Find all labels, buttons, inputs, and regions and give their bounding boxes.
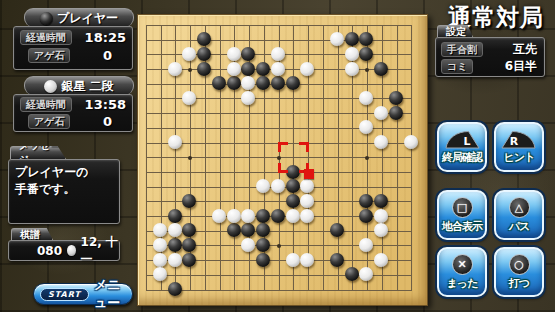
black-stone: [227, 76, 241, 90]
pass-button[interactable]: △ パス: [494, 190, 544, 240]
triangle-button-icon: △: [509, 197, 530, 218]
black-stone: [197, 62, 211, 76]
end-game-check-label: 終局確認: [442, 150, 482, 165]
black-stone: [256, 76, 270, 90]
start-badge: START: [40, 288, 89, 301]
svg-text:L: L: [463, 135, 470, 148]
white-stone: [404, 135, 418, 149]
player-white-stats: 経過時間 13:58 アゲ石 0: [13, 94, 133, 132]
cursor-corner: [278, 142, 288, 152]
black-stone-icon: [40, 12, 53, 25]
komi-value: 6目半: [505, 58, 537, 75]
white-stone: [241, 209, 255, 223]
menu-button[interactable]: START メニュー: [33, 283, 133, 305]
captures-label: アゲ石: [28, 48, 70, 63]
white-stone: [168, 135, 182, 149]
hint-label: ヒント: [504, 150, 535, 165]
message-line-1: プレイヤーの: [15, 164, 113, 181]
white-stone: [300, 209, 314, 223]
player-black-name-tab: プレイヤー: [24, 8, 134, 27]
R-shoulder-icon: R: [501, 130, 537, 149]
message-panel: プレイヤーの 手番です。: [8, 159, 120, 224]
white-stone: [271, 47, 285, 61]
white-stone: [168, 62, 182, 76]
menu-button-label: メニュー: [94, 276, 126, 312]
white-stone: [359, 91, 373, 105]
square-button-icon: □: [452, 197, 473, 218]
elapsed-time-label: 経過時間: [20, 30, 72, 45]
star-point: [188, 156, 192, 160]
black-stone: [359, 194, 373, 208]
white-stone: [168, 253, 182, 267]
record-coordinate: 12, 十一: [81, 234, 119, 268]
white-stone: [271, 62, 285, 76]
black-stone: [168, 238, 182, 252]
black-stone: [359, 47, 373, 61]
player-black-captures: 0: [103, 48, 112, 63]
record-move-number: 080: [37, 244, 62, 258]
white-stone: [153, 267, 167, 281]
black-stone: [330, 223, 344, 237]
end-game-check-button[interactable]: L 終局確認: [437, 122, 487, 172]
white-stone: [300, 179, 314, 193]
white-stone: [241, 91, 255, 105]
white-stone: [300, 253, 314, 267]
white-stone: [359, 238, 373, 252]
white-stone: [300, 194, 314, 208]
black-stone: [374, 194, 388, 208]
record-panel: 080 12, 十一: [8, 240, 120, 261]
black-stone: [256, 238, 270, 252]
black-stone: [168, 209, 182, 223]
white-stone: [227, 62, 241, 76]
white-stone: [374, 106, 388, 120]
player-black-time: 18:25: [85, 30, 126, 45]
svg-text:R: R: [510, 135, 519, 148]
black-stone: [256, 209, 270, 223]
black-stone: [256, 223, 270, 237]
black-stone: [197, 32, 211, 46]
star-point: [365, 156, 369, 160]
player-black-stats: 経過時間 18:25 アゲ石 0: [13, 26, 133, 70]
play-stone-label: 打つ: [509, 276, 529, 291]
white-stone: [256, 179, 270, 193]
undo-button[interactable]: ✕ まった: [437, 247, 487, 297]
white-stone-icon: [44, 80, 57, 93]
black-stone: [241, 47, 255, 61]
black-stone: [359, 209, 373, 223]
player-panel-white: 銀星 二段 経過時間 13:58 アゲ石 0: [9, 76, 133, 132]
black-stone: [182, 223, 196, 237]
black-stone: [345, 32, 359, 46]
white-stone: [345, 62, 359, 76]
white-stone: [359, 267, 373, 281]
white-stone: [374, 253, 388, 267]
white-stone: [300, 62, 314, 76]
message-tab: メッセージ: [10, 146, 66, 159]
white-stone: [153, 253, 167, 267]
settings-tab: 設定: [437, 25, 473, 37]
white-stone: [182, 91, 196, 105]
white-stone: [227, 47, 241, 61]
L-shoulder-icon: L: [444, 130, 480, 149]
black-stone: [330, 253, 344, 267]
komi-label: コミ: [441, 59, 473, 74]
black-stone: [241, 223, 255, 237]
black-stone: [271, 209, 285, 223]
black-stone: [389, 91, 403, 105]
record-tab: 棋譜: [11, 228, 53, 240]
go-board[interactable]: [137, 14, 428, 306]
white-stone: [212, 209, 226, 223]
white-stone: [345, 47, 359, 61]
white-stone: [359, 120, 373, 134]
undo-label: まった: [447, 276, 478, 291]
star-point: [277, 244, 281, 248]
white-stone: [241, 76, 255, 90]
black-stone: [182, 194, 196, 208]
white-stone: [168, 223, 182, 237]
white-stone: [286, 209, 300, 223]
black-stone: [345, 267, 359, 281]
white-stone: [286, 253, 300, 267]
elapsed-time-label-2: 経過時間: [20, 97, 72, 112]
cursor-corner: [278, 163, 288, 173]
white-stone: [241, 238, 255, 252]
star-point: [365, 68, 369, 72]
captures-label-2: アゲ石: [28, 114, 70, 129]
player-black-name: プレイヤー: [57, 10, 118, 27]
white-stone: [374, 135, 388, 149]
black-stone: [286, 76, 300, 90]
black-stone: [271, 76, 285, 90]
black-stone: [197, 47, 211, 61]
black-stone: [212, 76, 226, 90]
settings-panel: 手合割 互先 コミ 6目半: [435, 37, 545, 77]
white-stone: [227, 209, 241, 223]
black-stone: [374, 62, 388, 76]
black-stone: [241, 62, 255, 76]
handicap-value: 互先: [513, 41, 537, 58]
black-stone: [182, 238, 196, 252]
black-stone: [256, 253, 270, 267]
cursor-corner: [299, 142, 309, 152]
white-stone: [182, 47, 196, 61]
player-white-name-tab: 銀星 二段: [24, 76, 134, 95]
black-stone: [359, 32, 373, 46]
handicap-label: 手合割: [441, 42, 483, 57]
black-stone: [168, 282, 182, 296]
pass-label: パス: [509, 219, 530, 234]
game-screen: { "game": "go", "mode_title": "通常対局", "p…: [0, 0, 555, 312]
white-stone: [271, 179, 285, 193]
white-stone: [330, 32, 344, 46]
message-line-2: 手番です。: [15, 181, 113, 198]
black-stone: [182, 253, 196, 267]
white-stone: [374, 209, 388, 223]
player-white-name: 銀星 二段: [61, 78, 113, 95]
white-stone: [374, 223, 388, 237]
territory-display-label: 地合表示: [442, 219, 482, 234]
white-stone: [153, 223, 167, 237]
territory-display-button[interactable]: □ 地合表示: [437, 190, 487, 240]
hint-button[interactable]: R ヒント: [494, 122, 544, 172]
black-stone: [227, 223, 241, 237]
player-white-time: 13:58: [85, 97, 126, 112]
record-stone-icon: [67, 245, 76, 256]
player-white-captures: 0: [103, 114, 112, 129]
black-stone: [256, 62, 270, 76]
cross-button-icon: ✕: [452, 254, 473, 275]
black-stone: [389, 106, 403, 120]
play-stone-button[interactable]: ○ 打つ: [494, 247, 544, 297]
white-stone: [153, 238, 167, 252]
star-point: [188, 68, 192, 72]
last-move-marker: [304, 169, 314, 179]
black-stone: [286, 194, 300, 208]
player-panel-black: プレイヤー 経過時間 18:25 アゲ石 0: [9, 8, 133, 70]
circle-button-icon: ○: [509, 254, 530, 275]
black-stone: [286, 179, 300, 193]
